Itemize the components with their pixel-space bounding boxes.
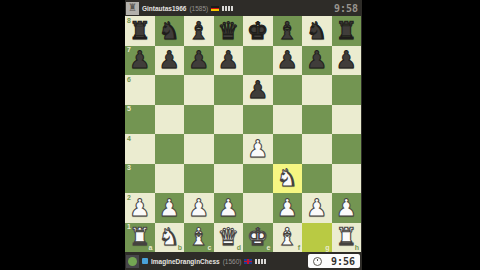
black-knight[interactable]: ♞ bbox=[155, 16, 185, 46]
square-h2[interactable]: ♟ bbox=[332, 193, 362, 223]
white-pawn[interactable]: ♟ bbox=[214, 193, 244, 223]
white-rook[interactable]: ♜ bbox=[332, 223, 362, 253]
white-pawn[interactable]: ♟ bbox=[302, 193, 332, 223]
square-c6[interactable] bbox=[184, 75, 214, 105]
game-frame: ♜ Gintautas1966 (1585) 9:58 8♜♞♝♛♚♝♞♜7♟♟… bbox=[125, 0, 362, 270]
black-pawn[interactable]: ♟ bbox=[273, 46, 303, 76]
square-a8[interactable]: 8♜ bbox=[125, 16, 155, 46]
square-d6[interactable] bbox=[214, 75, 244, 105]
square-a5[interactable]: 5 bbox=[125, 105, 155, 135]
rank-label-5: 5 bbox=[127, 105, 131, 112]
square-d4[interactable] bbox=[214, 134, 244, 164]
rank-label-6: 6 bbox=[127, 76, 131, 83]
top-player-name[interactable]: Gintautas1966 bbox=[142, 5, 186, 12]
square-d8[interactable]: ♛ bbox=[214, 16, 244, 46]
bottom-player-rating: (1560) bbox=[223, 258, 242, 265]
rank-label-3: 3 bbox=[127, 164, 131, 171]
square-f4[interactable] bbox=[273, 134, 303, 164]
avatar-image bbox=[128, 257, 137, 266]
germany-flag-icon bbox=[211, 6, 219, 11]
square-g4[interactable] bbox=[302, 134, 332, 164]
bottom-player-avatar[interactable] bbox=[126, 255, 139, 268]
white-pawn[interactable]: ♟ bbox=[332, 193, 362, 223]
chess-board: 8♜♞♝♛♚♝♞♜7♟♟♟♟♟♟♟6♟54♟3♞2♟♟♟♟♟♟♟1a♜b♞c♝d… bbox=[125, 16, 361, 252]
square-h4[interactable] bbox=[332, 134, 362, 164]
square-a2[interactable]: 2♟ bbox=[125, 193, 155, 223]
square-d1[interactable]: d♛ bbox=[214, 223, 244, 253]
black-pawn[interactable]: ♟ bbox=[125, 46, 155, 76]
square-c8[interactable]: ♝ bbox=[184, 16, 214, 46]
square-e2[interactable] bbox=[243, 193, 273, 223]
square-d7[interactable]: ♟ bbox=[214, 46, 244, 76]
blue-flair-icon bbox=[142, 258, 148, 264]
clock-icon bbox=[313, 257, 322, 266]
square-b2[interactable]: ♟ bbox=[155, 193, 185, 223]
square-f7[interactable]: ♟ bbox=[273, 46, 303, 76]
square-c2[interactable]: ♟ bbox=[184, 193, 214, 223]
top-player-clock: 9:58 bbox=[334, 3, 361, 14]
square-g3[interactable] bbox=[302, 164, 332, 194]
square-b6[interactable] bbox=[155, 75, 185, 105]
square-f1[interactable]: f♝ bbox=[273, 223, 303, 253]
black-rook[interactable]: ♜ bbox=[125, 16, 155, 46]
white-rook[interactable]: ♜ bbox=[125, 223, 155, 253]
square-h8[interactable]: ♜ bbox=[332, 16, 362, 46]
black-pawn[interactable]: ♟ bbox=[214, 46, 244, 76]
square-f3[interactable]: ♞ bbox=[273, 164, 303, 194]
square-f8[interactable]: ♝ bbox=[273, 16, 303, 46]
black-pawn[interactable]: ♟ bbox=[332, 46, 362, 76]
black-pawn[interactable]: ♟ bbox=[155, 46, 185, 76]
black-pawn[interactable]: ♟ bbox=[184, 46, 214, 76]
square-b3[interactable] bbox=[155, 164, 185, 194]
white-bishop[interactable]: ♝ bbox=[184, 223, 214, 253]
square-d2[interactable]: ♟ bbox=[214, 193, 244, 223]
black-pawn[interactable]: ♟ bbox=[243, 75, 273, 105]
square-b4[interactable] bbox=[155, 134, 185, 164]
white-king[interactable]: ♚ bbox=[243, 223, 273, 253]
black-bishop[interactable]: ♝ bbox=[184, 16, 214, 46]
square-g7[interactable]: ♟ bbox=[302, 46, 332, 76]
square-d3[interactable] bbox=[214, 164, 244, 194]
black-bishop[interactable]: ♝ bbox=[273, 16, 303, 46]
white-knight[interactable]: ♞ bbox=[155, 223, 185, 253]
square-e5[interactable] bbox=[243, 105, 273, 135]
square-b1[interactable]: b♞ bbox=[155, 223, 185, 253]
square-a7[interactable]: 7♟ bbox=[125, 46, 155, 76]
square-a6[interactable]: 6 bbox=[125, 75, 155, 105]
square-e4[interactable]: ♟ bbox=[243, 134, 273, 164]
bottom-player-bar: ImagineDranginChess (1560) 9:56 bbox=[125, 252, 362, 270]
square-e7[interactable] bbox=[243, 46, 273, 76]
white-bishop[interactable]: ♝ bbox=[273, 223, 303, 253]
avatar-rook-icon: ♜ bbox=[128, 3, 137, 13]
black-rook[interactable]: ♜ bbox=[332, 16, 362, 46]
square-c1[interactable]: c♝ bbox=[184, 223, 214, 253]
square-f6[interactable] bbox=[273, 75, 303, 105]
white-pawn[interactable]: ♟ bbox=[184, 193, 214, 223]
bottom-player-name[interactable]: ImagineDranginChess bbox=[151, 258, 220, 265]
square-a1[interactable]: 1a♜ bbox=[125, 223, 155, 253]
white-pawn[interactable]: ♟ bbox=[155, 193, 185, 223]
square-c3[interactable] bbox=[184, 164, 214, 194]
white-pawn[interactable]: ♟ bbox=[273, 193, 303, 223]
black-queen[interactable]: ♛ bbox=[214, 16, 244, 46]
bottom-player-clock: 9:56 bbox=[331, 256, 355, 267]
square-b5[interactable] bbox=[155, 105, 185, 135]
file-label-g: g bbox=[325, 244, 329, 251]
square-g1[interactable]: g bbox=[302, 223, 332, 253]
square-a4[interactable]: 4 bbox=[125, 134, 155, 164]
black-pawn[interactable]: ♟ bbox=[302, 46, 332, 76]
square-f5[interactable] bbox=[273, 105, 303, 135]
square-g6[interactable] bbox=[302, 75, 332, 105]
square-h3[interactable] bbox=[332, 164, 362, 194]
top-player-avatar[interactable]: ♜ bbox=[126, 2, 139, 15]
square-c5[interactable] bbox=[184, 105, 214, 135]
signal-bars-icon bbox=[222, 6, 233, 11]
signal-bars-icon bbox=[255, 259, 266, 264]
square-g8[interactable]: ♞ bbox=[302, 16, 332, 46]
square-e3[interactable] bbox=[243, 164, 273, 194]
square-d5[interactable] bbox=[214, 105, 244, 135]
uk-flag-icon bbox=[244, 259, 252, 264]
top-player-bar: ♜ Gintautas1966 (1585) 9:58 bbox=[125, 0, 362, 16]
square-h6[interactable] bbox=[332, 75, 362, 105]
white-pawn[interactable]: ♟ bbox=[125, 193, 155, 223]
square-b8[interactable]: ♞ bbox=[155, 16, 185, 46]
square-f2[interactable]: ♟ bbox=[273, 193, 303, 223]
black-knight[interactable]: ♞ bbox=[302, 16, 332, 46]
square-a3[interactable]: 3 bbox=[125, 164, 155, 194]
square-e8[interactable]: ♚ bbox=[243, 16, 273, 46]
square-c4[interactable] bbox=[184, 134, 214, 164]
white-pawn[interactable]: ♟ bbox=[243, 134, 273, 164]
square-h7[interactable]: ♟ bbox=[332, 46, 362, 76]
square-g5[interactable] bbox=[302, 105, 332, 135]
square-h1[interactable]: h♜ bbox=[332, 223, 362, 253]
square-e1[interactable]: e♚ bbox=[243, 223, 273, 253]
square-h5[interactable] bbox=[332, 105, 362, 135]
square-e6[interactable]: ♟ bbox=[243, 75, 273, 105]
black-king[interactable]: ♚ bbox=[243, 16, 273, 46]
square-b7[interactable]: ♟ bbox=[155, 46, 185, 76]
top-player-rating: (1585) bbox=[189, 5, 208, 12]
bottom-player-clock-box: 9:56 bbox=[308, 254, 360, 268]
white-queen[interactable]: ♛ bbox=[214, 223, 244, 253]
square-g2[interactable]: ♟ bbox=[302, 193, 332, 223]
rank-label-4: 4 bbox=[127, 135, 131, 142]
square-c7[interactable]: ♟ bbox=[184, 46, 214, 76]
white-knight[interactable]: ♞ bbox=[273, 164, 303, 194]
